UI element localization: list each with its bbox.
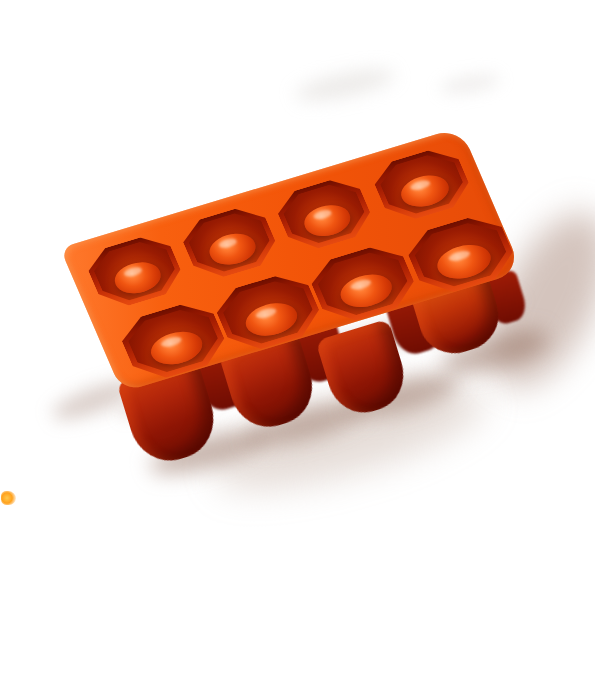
dome-highlight xyxy=(447,249,471,263)
cavity-interior xyxy=(88,236,181,307)
cavity-interior xyxy=(278,179,371,250)
dome-highlight xyxy=(312,209,333,221)
dome-highlight xyxy=(123,266,144,278)
faint-shadow-wisp xyxy=(439,71,501,97)
cavity-dome xyxy=(396,171,454,212)
faint-shadow-wisp xyxy=(294,64,396,106)
cavity-interior xyxy=(374,149,469,220)
mold-cavity-r1c4 xyxy=(368,143,477,226)
dome-highlight xyxy=(217,237,238,249)
dome-highlight xyxy=(255,307,278,321)
mold-cavity-r1c2 xyxy=(176,202,283,284)
edge-smudge-artifact xyxy=(1,491,16,505)
mold-cavity-r1c1 xyxy=(81,230,188,312)
cavity-dome xyxy=(299,200,356,241)
cavity-dome xyxy=(204,229,261,270)
cavity-dome xyxy=(109,257,166,298)
cavity-interior xyxy=(183,207,276,278)
cavity-dome xyxy=(432,239,496,284)
cavity-dome xyxy=(335,269,398,313)
mold-cavity-r1c3 xyxy=(271,173,378,255)
dome-highlight xyxy=(410,179,431,192)
dome-highlight xyxy=(160,335,183,349)
cavity-dome xyxy=(240,297,303,341)
dome-highlight xyxy=(350,278,373,292)
product-photo xyxy=(0,0,595,680)
cavity-dome xyxy=(145,326,208,370)
